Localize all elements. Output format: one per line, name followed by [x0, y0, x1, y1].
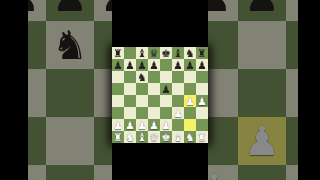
square-e1[interactable]: ♚ — [160, 131, 172, 143]
square-f1[interactable]: ♝ — [172, 131, 184, 143]
black-pawn[interactable]: ♟ — [185, 59, 194, 71]
square-h3[interactable] — [196, 107, 208, 119]
black-pawn[interactable]: ♟ — [161, 83, 170, 95]
white-pawn[interactable]: ♟ — [113, 119, 122, 131]
square-c8[interactable]: ♝ — [136, 47, 148, 59]
black-knight[interactable]: ♞ — [137, 71, 146, 83]
black-knight: ♞ — [52, 21, 88, 69]
square-e8[interactable]: ♚ — [160, 47, 172, 59]
square-a1[interactable]: ♜ — [112, 131, 124, 143]
white-bishop[interactable]: ♝ — [137, 131, 146, 143]
square-f6[interactable] — [172, 71, 184, 83]
square-a4[interactable] — [112, 95, 124, 107]
square-f4[interactable] — [172, 95, 184, 107]
square-c3[interactable] — [136, 107, 148, 119]
black-bishop[interactable]: ♝ — [173, 47, 182, 59]
square-e4[interactable] — [160, 95, 172, 107]
square-c7: ♟ — [46, 0, 94, 21]
letterbox-right-bar — [298, 0, 320, 180]
square-c3 — [46, 165, 94, 180]
square-b1[interactable]: ♞ — [124, 131, 136, 143]
square-c5[interactable] — [136, 83, 148, 95]
square-c4[interactable] — [136, 95, 148, 107]
white-pawn[interactable]: ♟ — [161, 119, 170, 131]
black-pawn[interactable]: ♟ — [125, 59, 134, 71]
black-pawn[interactable]: ♟ — [137, 59, 146, 71]
square-e5[interactable]: ♟ — [160, 83, 172, 95]
square-a6[interactable] — [112, 71, 124, 83]
square-c7[interactable]: ♟ — [136, 59, 148, 71]
square-h5[interactable] — [196, 83, 208, 95]
square-f5[interactable] — [172, 83, 184, 95]
white-knight[interactable]: ♞ — [125, 131, 134, 143]
square-g6[interactable] — [184, 71, 196, 83]
black-pawn: ♟ — [52, 0, 88, 21]
square-h6[interactable] — [196, 71, 208, 83]
black-queen[interactable]: ♛ — [149, 47, 158, 59]
square-b5[interactable] — [124, 83, 136, 95]
white-knight[interactable]: ♞ — [185, 131, 194, 143]
square-b8[interactable] — [124, 47, 136, 59]
square-b6[interactable] — [124, 71, 136, 83]
square-g5 — [238, 69, 286, 117]
square-b4[interactable] — [124, 95, 136, 107]
square-h1[interactable]: ♜ — [196, 131, 208, 143]
letterbox-above-board — [112, 0, 208, 47]
black-knight[interactable]: ♞ — [185, 47, 194, 59]
square-f8[interactable]: ♝ — [172, 47, 184, 59]
white-bishop[interactable]: ♝ — [173, 131, 182, 143]
square-f3[interactable]: ♟ — [172, 107, 184, 119]
square-g6 — [238, 21, 286, 69]
square-d5[interactable] — [148, 83, 160, 95]
white-pawn[interactable]: ♟ — [125, 119, 134, 131]
square-f7[interactable]: ♟ — [172, 59, 184, 71]
black-pawn[interactable]: ♟ — [113, 59, 122, 71]
square-e7[interactable] — [160, 59, 172, 71]
square-c5 — [46, 69, 94, 117]
square-d3[interactable] — [148, 107, 160, 119]
square-g7: ♟ — [238, 0, 286, 21]
square-d7[interactable]: ♟ — [148, 59, 160, 71]
video-frame: ♜♝♛♚♝♞♜♟♟♟♟♟♟♟♞♟♟♟♟♟♟♟♟♟♜♞♝♛♚♝♞♜ ♜♝♛♚♝♞♜… — [0, 0, 320, 180]
square-b3[interactable] — [124, 107, 136, 119]
square-g8[interactable]: ♞ — [184, 47, 196, 59]
white-pawn: ♟ — [244, 117, 280, 165]
black-rook[interactable]: ♜ — [113, 47, 122, 59]
square-c1[interactable]: ♝ — [136, 131, 148, 143]
square-f2[interactable] — [172, 119, 184, 131]
white-pawn[interactable]: ♟ — [197, 95, 206, 107]
square-g1[interactable]: ♞ — [184, 131, 196, 143]
black-pawn: ♟ — [244, 0, 280, 21]
square-a5[interactable] — [112, 83, 124, 95]
black-bishop[interactable]: ♝ — [137, 47, 146, 59]
black-pawn[interactable]: ♟ — [149, 59, 158, 71]
black-rook[interactable]: ♜ — [197, 47, 206, 59]
square-h7[interactable]: ♟ — [196, 59, 208, 71]
square-d6[interactable] — [148, 71, 160, 83]
square-g2[interactable] — [184, 119, 196, 131]
white-pawn[interactable]: ♟ — [185, 95, 194, 107]
square-e2[interactable]: ♟ — [160, 119, 172, 131]
square-h8[interactable]: ♜ — [196, 47, 208, 59]
white-rook[interactable]: ♜ — [113, 131, 122, 143]
white-pawn[interactable]: ♟ — [149, 119, 158, 131]
square-a3[interactable] — [112, 107, 124, 119]
letterbox-below-board — [112, 143, 208, 180]
square-a8[interactable]: ♜ — [112, 47, 124, 59]
square-d4[interactable] — [148, 95, 160, 107]
white-pawn[interactable]: ♟ — [137, 119, 146, 131]
square-c6[interactable]: ♞ — [136, 71, 148, 83]
main-board[interactable]: ♜♝♛♚♝♞♜♟♟♟♟♟♟♟♞♟♟♟♟♟♟♟♟♟♜♞♝♛♚♝♞♜ — [112, 47, 208, 143]
white-rook[interactable]: ♜ — [197, 131, 206, 143]
square-b2[interactable]: ♟ — [124, 119, 136, 131]
square-c6: ♞ — [46, 21, 94, 69]
letterbox-left-bar — [0, 0, 28, 180]
square-e3[interactable] — [160, 107, 172, 119]
square-c4 — [46, 117, 94, 165]
square-e6[interactable] — [160, 71, 172, 83]
square-g5[interactable] — [184, 83, 196, 95]
square-a2[interactable]: ♟ — [112, 119, 124, 131]
square-d8[interactable]: ♛ — [148, 47, 160, 59]
white-pawn[interactable]: ♟ — [173, 107, 182, 119]
square-d1[interactable]: ♛ — [148, 131, 160, 143]
square-c2[interactable]: ♟ — [136, 119, 148, 131]
square-h4[interactable]: ♟ — [196, 95, 208, 107]
black-pawn[interactable]: ♟ — [197, 59, 206, 71]
square-g7[interactable]: ♟ — [184, 59, 196, 71]
square-h2[interactable] — [196, 119, 208, 131]
square-g3[interactable] — [184, 107, 196, 119]
square-a7[interactable]: ♟ — [112, 59, 124, 71]
square-g3 — [238, 165, 286, 180]
square-b7[interactable]: ♟ — [124, 59, 136, 71]
square-g4[interactable]: ♟ — [184, 95, 196, 107]
white-queen[interactable]: ♛ — [149, 131, 158, 143]
square-g4: ♟ — [238, 117, 286, 165]
white-king[interactable]: ♚ — [161, 131, 170, 143]
square-d2[interactable]: ♟ — [148, 119, 160, 131]
black-pawn[interactable]: ♟ — [173, 59, 182, 71]
black-king[interactable]: ♚ — [161, 47, 170, 59]
